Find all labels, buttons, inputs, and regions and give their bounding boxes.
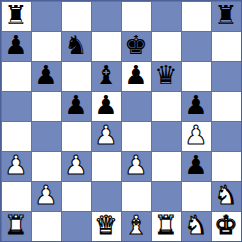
square-h2[interactable]: ♞ (211, 181, 241, 211)
square-a7[interactable]: ♟ (1, 31, 31, 61)
black-pawn-icon[interactable]: ♟ (4, 31, 27, 60)
square-d5[interactable]: ♟ (91, 91, 121, 121)
square-d2[interactable] (91, 181, 121, 211)
black-pawn-icon[interactable]: ♟ (34, 61, 57, 90)
black-pawn-icon[interactable]: ♟ (64, 91, 87, 120)
square-e6[interactable]: ♟ (121, 61, 151, 91)
square-d1[interactable]: ♛ (91, 211, 121, 241)
square-a5[interactable] (1, 91, 31, 121)
white-bishop-icon[interactable]: ♝ (124, 211, 147, 240)
black-queen-icon[interactable]: ♛ (154, 61, 177, 90)
square-f5[interactable] (151, 91, 181, 121)
black-rook-icon[interactable]: ♜ (214, 1, 237, 30)
square-h3[interactable] (211, 151, 241, 181)
square-d6[interactable]: ♝ (91, 61, 121, 91)
square-g3[interactable]: ♟ (181, 151, 211, 181)
square-b5[interactable] (31, 91, 61, 121)
white-pawn-icon[interactable]: ♟ (34, 181, 57, 210)
square-h7[interactable] (211, 31, 241, 61)
black-king-icon[interactable]: ♚ (124, 31, 147, 60)
square-e5[interactable] (121, 91, 151, 121)
square-g8[interactable] (181, 1, 211, 31)
black-pawn-icon[interactable]: ♟ (184, 151, 207, 180)
square-h4[interactable] (211, 121, 241, 151)
square-d7[interactable] (91, 31, 121, 61)
black-knight-icon[interactable]: ♞ (64, 31, 87, 60)
white-pawn-icon[interactable]: ♟ (184, 121, 207, 150)
square-c6[interactable] (61, 61, 91, 91)
chess-board-wrap: ♜♜♟♞♚♟♝♟♛♟♟♟♟♟♟♟♟♟♟♞♜♛♝♜♞♚ (0, 0, 242, 242)
square-b6[interactable]: ♟ (31, 61, 61, 91)
white-pawn-icon[interactable]: ♟ (64, 151, 87, 180)
white-queen-icon[interactable]: ♛ (94, 211, 117, 240)
square-e4[interactable] (121, 121, 151, 151)
square-h5[interactable] (211, 91, 241, 121)
square-e3[interactable]: ♟ (121, 151, 151, 181)
square-b7[interactable] (31, 31, 61, 61)
square-a4[interactable] (1, 121, 31, 151)
black-pawn-icon[interactable]: ♟ (124, 61, 147, 90)
square-c4[interactable] (61, 121, 91, 151)
black-pawn-icon[interactable]: ♟ (184, 91, 207, 120)
white-pawn-icon[interactable]: ♟ (124, 151, 147, 180)
square-c7[interactable]: ♞ (61, 31, 91, 61)
white-rook-icon[interactable]: ♜ (154, 211, 177, 240)
square-g2[interactable] (181, 181, 211, 211)
square-h1[interactable]: ♚ (211, 211, 241, 241)
white-knight-icon[interactable]: ♞ (184, 211, 207, 240)
square-a8[interactable]: ♜ (1, 1, 31, 31)
white-king-icon[interactable]: ♚ (214, 211, 237, 240)
square-b3[interactable] (31, 151, 61, 181)
white-rook-icon[interactable]: ♜ (4, 211, 27, 240)
square-f4[interactable] (151, 121, 181, 151)
square-f1[interactable]: ♜ (151, 211, 181, 241)
black-rook-icon[interactable]: ♜ (4, 1, 27, 30)
white-pawn-icon[interactable]: ♟ (94, 121, 117, 150)
square-g4[interactable]: ♟ (181, 121, 211, 151)
square-e7[interactable]: ♚ (121, 31, 151, 61)
square-g1[interactable]: ♞ (181, 211, 211, 241)
square-e8[interactable] (121, 1, 151, 31)
square-b8[interactable] (31, 1, 61, 31)
square-c5[interactable]: ♟ (61, 91, 91, 121)
white-pawn-icon[interactable]: ♟ (4, 151, 27, 180)
square-e2[interactable] (121, 181, 151, 211)
square-f7[interactable] (151, 31, 181, 61)
white-knight-icon[interactable]: ♞ (214, 181, 237, 210)
square-g6[interactable] (181, 61, 211, 91)
square-d3[interactable] (91, 151, 121, 181)
square-e1[interactable]: ♝ (121, 211, 151, 241)
square-b2[interactable]: ♟ (31, 181, 61, 211)
square-g7[interactable] (181, 31, 211, 61)
square-g5[interactable]: ♟ (181, 91, 211, 121)
square-b4[interactable] (31, 121, 61, 151)
square-f3[interactable] (151, 151, 181, 181)
chess-board: ♜♜♟♞♚♟♝♟♛♟♟♟♟♟♟♟♟♟♟♞♜♛♝♜♞♚ (0, 0, 242, 242)
black-bishop-icon[interactable]: ♝ (94, 61, 117, 90)
square-c2[interactable] (61, 181, 91, 211)
square-a2[interactable] (1, 181, 31, 211)
square-f6[interactable]: ♛ (151, 61, 181, 91)
square-f8[interactable] (151, 1, 181, 31)
square-b1[interactable] (31, 211, 61, 241)
square-d8[interactable] (91, 1, 121, 31)
square-c3[interactable]: ♟ (61, 151, 91, 181)
square-a3[interactable]: ♟ (1, 151, 31, 181)
square-h8[interactable]: ♜ (211, 1, 241, 31)
square-d4[interactable]: ♟ (91, 121, 121, 151)
square-a6[interactable] (1, 61, 31, 91)
square-c8[interactable] (61, 1, 91, 31)
square-h6[interactable] (211, 61, 241, 91)
square-c1[interactable] (61, 211, 91, 241)
square-a1[interactable]: ♜ (1, 211, 31, 241)
square-f2[interactable] (151, 181, 181, 211)
black-pawn-icon[interactable]: ♟ (94, 91, 117, 120)
